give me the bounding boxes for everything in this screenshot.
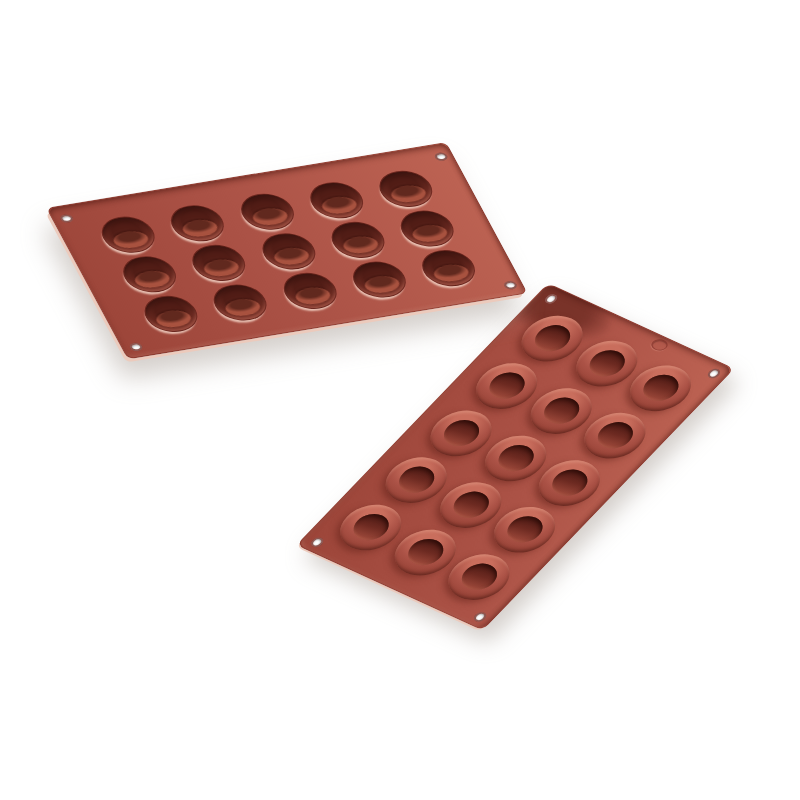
mold-cavity — [164, 202, 232, 245]
mold-cavity — [94, 213, 162, 256]
corner-hanging-hole — [128, 342, 144, 352]
ring-hole — [636, 370, 685, 405]
ring-hole — [437, 415, 486, 450]
ring-hole — [401, 534, 450, 569]
mold-cavity — [414, 246, 482, 289]
ring-hole — [546, 465, 595, 500]
corner-hanging-hole — [471, 611, 488, 624]
ring-hole — [491, 440, 540, 475]
mold-cavity — [233, 190, 301, 233]
corner-hanging-hole — [433, 151, 449, 161]
mold-cavity — [137, 292, 205, 335]
ring-hole — [591, 417, 640, 452]
corner-hanging-hole — [58, 213, 74, 223]
mold-cavity — [302, 179, 370, 222]
corner-hanging-hole — [308, 536, 325, 549]
corner-hanging-hole — [502, 280, 518, 290]
mold-cavity — [115, 253, 183, 296]
ring-hole — [455, 559, 504, 594]
corner-hanging-hole — [705, 367, 722, 380]
mold-cavity — [185, 241, 253, 284]
product-photo — [0, 0, 800, 800]
mold-cavity — [254, 230, 322, 273]
ring-hole — [537, 392, 586, 427]
ring-hole — [392, 462, 441, 497]
embossed-logo-stamp — [648, 337, 671, 353]
mold-cavity — [345, 258, 413, 301]
mold-cavity — [275, 269, 343, 312]
mold-cavity — [324, 218, 392, 261]
mold-cavity — [206, 280, 274, 323]
ring-hole — [500, 512, 549, 547]
mold-cavity — [372, 168, 440, 211]
silicone-mold-cavity-side — [46, 142, 528, 359]
ring-hole — [528, 320, 577, 355]
ring-hole — [482, 368, 531, 403]
ring-hole — [346, 509, 395, 544]
ring-hole — [582, 345, 631, 380]
silicone-mold-ring-side — [296, 283, 734, 631]
mold-cavity — [393, 207, 461, 250]
ring-hole — [446, 487, 495, 522]
